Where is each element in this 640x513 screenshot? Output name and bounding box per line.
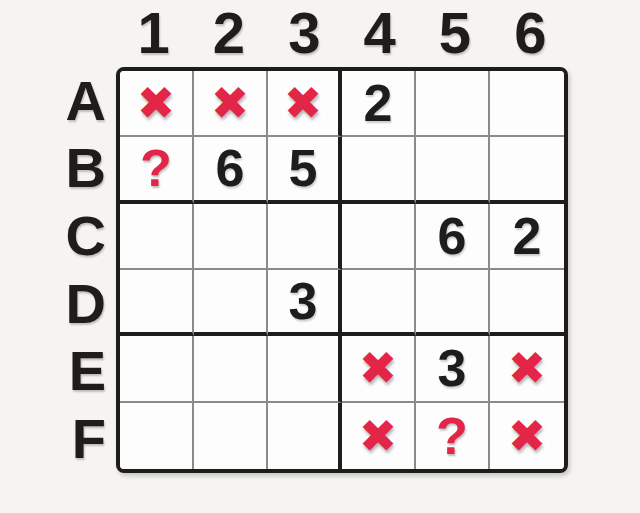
column-label-2: 2 <box>191 0 266 64</box>
digit-2: 2 <box>364 77 393 129</box>
cross-mark: ✖ <box>211 80 250 126</box>
cross-mark: ✖ <box>284 80 323 126</box>
cell-A5[interactable] <box>416 71 490 137</box>
cell-D4[interactable] <box>342 270 416 336</box>
digit-6: 6 <box>438 210 467 262</box>
cell-B3[interactable]: 5 <box>268 137 342 203</box>
cell-C4[interactable] <box>342 204 416 270</box>
row-label-E: E <box>28 338 112 406</box>
digit-2: 2 <box>513 210 542 262</box>
cross-mark: ✖ <box>508 345 547 391</box>
row-label-B: B <box>28 135 112 203</box>
cell-D5[interactable] <box>416 270 490 336</box>
cross-mark: ✖ <box>359 413 398 459</box>
question-mark: ? <box>436 410 468 462</box>
cell-B6[interactable] <box>490 137 564 203</box>
question-mark: ? <box>140 142 172 194</box>
row-label-C: C <box>28 202 112 270</box>
cell-B5[interactable] <box>416 137 490 203</box>
sudoku-grid: ✖✖✖2?65623✖3✖✖?✖ <box>116 67 568 473</box>
cell-A4[interactable]: 2 <box>342 71 416 137</box>
cell-A3[interactable]: ✖ <box>268 71 342 137</box>
cell-E3[interactable] <box>268 336 342 402</box>
row-label-A: A <box>28 67 112 135</box>
digit-3: 3 <box>289 275 318 327</box>
cell-E1[interactable] <box>120 336 194 402</box>
cell-F6[interactable]: ✖ <box>490 403 564 469</box>
cell-F1[interactable] <box>120 403 194 469</box>
cell-D2[interactable] <box>194 270 268 336</box>
cell-E6[interactable]: ✖ <box>490 336 564 402</box>
cell-A1[interactable]: ✖ <box>120 71 194 137</box>
cell-F5[interactable]: ? <box>416 403 490 469</box>
cell-C3[interactable] <box>268 204 342 270</box>
column-label-5: 5 <box>417 0 492 64</box>
cell-B4[interactable] <box>342 137 416 203</box>
cell-D3[interactable]: 3 <box>268 270 342 336</box>
column-labels: 123456 <box>116 0 568 64</box>
cell-E5[interactable]: 3 <box>416 336 490 402</box>
cross-mark: ✖ <box>508 413 547 459</box>
row-labels: ABCDEF <box>28 67 112 473</box>
column-label-3: 3 <box>267 0 342 64</box>
cell-C2[interactable] <box>194 204 268 270</box>
digit-5: 5 <box>289 142 318 194</box>
cross-mark: ✖ <box>359 345 398 391</box>
cell-C1[interactable] <box>120 204 194 270</box>
cell-A2[interactable]: ✖ <box>194 71 268 137</box>
cell-A6[interactable] <box>490 71 564 137</box>
row-label-F: F <box>28 405 112 473</box>
cell-F3[interactable] <box>268 403 342 469</box>
row-label-D: D <box>28 270 112 338</box>
column-label-1: 1 <box>116 0 191 64</box>
cell-B1[interactable]: ? <box>120 137 194 203</box>
cell-E4[interactable]: ✖ <box>342 336 416 402</box>
cell-C6[interactable]: 2 <box>490 204 564 270</box>
column-label-4: 4 <box>342 0 417 64</box>
cell-B2[interactable]: 6 <box>194 137 268 203</box>
cell-F2[interactable] <box>194 403 268 469</box>
cell-D6[interactable] <box>490 270 564 336</box>
puzzle-board: 123456 ABCDEF ✖✖✖2?65623✖3✖✖?✖ <box>0 0 640 513</box>
cell-C5[interactable]: 6 <box>416 204 490 270</box>
cell-D1[interactable] <box>120 270 194 336</box>
digit-6: 6 <box>216 142 245 194</box>
cell-F4[interactable]: ✖ <box>342 403 416 469</box>
column-label-6: 6 <box>493 0 568 64</box>
digit-3: 3 <box>438 342 467 394</box>
cell-E2[interactable] <box>194 336 268 402</box>
cross-mark: ✖ <box>137 80 176 126</box>
